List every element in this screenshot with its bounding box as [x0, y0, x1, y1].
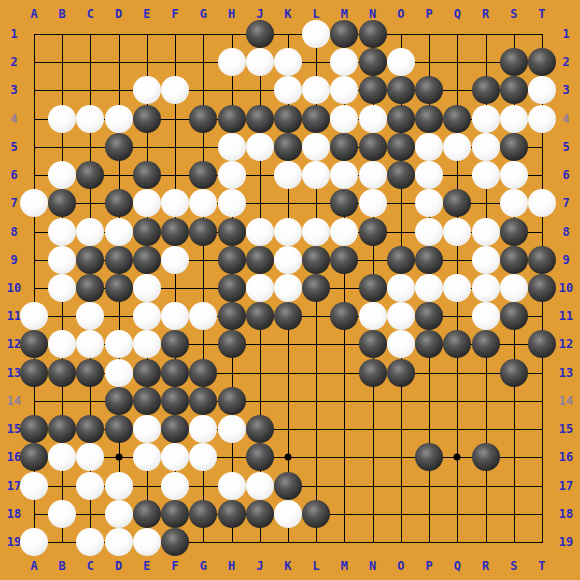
stone-black-C15[interactable] [76, 415, 104, 443]
stone-white-P5[interactable] [415, 133, 443, 161]
stone-white-L3[interactable] [302, 76, 330, 104]
stone-black-K11[interactable] [274, 302, 302, 330]
coord-label-top-O: O [397, 7, 404, 21]
stone-black-G18[interactable] [189, 500, 217, 528]
stone-white-D4[interactable] [105, 105, 133, 133]
stone-black-P16[interactable] [415, 443, 443, 471]
stone-white-R6[interactable] [472, 161, 500, 189]
stone-black-H8[interactable] [218, 218, 246, 246]
stone-black-F13[interactable] [161, 359, 189, 387]
stone-white-R5[interactable] [472, 133, 500, 161]
coord-label-bottom-O: O [397, 559, 404, 573]
stone-black-O13[interactable] [387, 359, 415, 387]
coord-label-top-A: A [30, 7, 37, 21]
coord-label-bottom-K: K [284, 559, 291, 573]
stone-white-B9[interactable] [48, 246, 76, 274]
stone-black-O3[interactable] [387, 76, 415, 104]
coord-label-right-5: 5 [562, 140, 569, 154]
coord-label-top-L: L [313, 7, 320, 21]
stone-black-H10[interactable] [218, 274, 246, 302]
stone-white-D17[interactable] [105, 472, 133, 500]
coord-label-bottom-S: S [510, 559, 517, 573]
stone-white-E10[interactable] [133, 274, 161, 302]
coord-label-right-16: 16 [559, 450, 573, 464]
stone-white-D12[interactable] [105, 330, 133, 358]
stone-black-P3[interactable] [415, 76, 443, 104]
stone-black-F8[interactable] [161, 218, 189, 246]
stone-black-B13[interactable] [48, 359, 76, 387]
stone-black-E6[interactable] [133, 161, 161, 189]
stone-white-J2[interactable] [246, 48, 274, 76]
stone-white-P7[interactable] [415, 189, 443, 217]
stone-black-C6[interactable] [76, 161, 104, 189]
stone-black-N2[interactable] [359, 48, 387, 76]
coord-label-right-3: 3 [562, 83, 569, 97]
coord-label-left-9: 9 [10, 253, 17, 267]
coord-label-left-5: 5 [10, 140, 17, 154]
coord-label-right-11: 11 [559, 309, 573, 323]
stone-white-A7[interactable] [20, 189, 48, 217]
stone-white-E12[interactable] [133, 330, 161, 358]
stone-black-N8[interactable] [359, 218, 387, 246]
coord-label-right-1: 1 [562, 27, 569, 41]
stone-white-K9[interactable] [274, 246, 302, 274]
stone-black-H4[interactable] [218, 105, 246, 133]
stone-white-B16[interactable] [48, 443, 76, 471]
stone-black-J16[interactable] [246, 443, 274, 471]
go-board[interactable]: AA11BB22CC33DD44EE55FF66GG77HH88JJ99KK10… [0, 0, 580, 580]
stone-white-C4[interactable] [76, 105, 104, 133]
stone-white-B10[interactable] [48, 274, 76, 302]
stone-white-D13[interactable] [105, 359, 133, 387]
stone-white-C12[interactable] [76, 330, 104, 358]
stone-white-E7[interactable] [133, 189, 161, 217]
coord-label-right-17: 17 [559, 479, 573, 493]
coord-label-left-2: 2 [10, 55, 17, 69]
stone-black-A16[interactable] [20, 443, 48, 471]
stone-black-H12[interactable] [218, 330, 246, 358]
star-point-D16 [115, 454, 122, 461]
star-point-K16 [284, 454, 291, 461]
coord-label-top-S: S [510, 7, 517, 21]
stone-white-J8[interactable] [246, 218, 274, 246]
coord-label-top-G: G [200, 7, 207, 21]
coord-label-right-9: 9 [562, 253, 569, 267]
coord-label-right-10: 10 [559, 281, 573, 295]
coord-label-left-4: 4 [10, 112, 17, 126]
coord-label-bottom-T: T [538, 559, 545, 573]
stone-black-T9[interactable] [528, 246, 556, 274]
stone-white-L1[interactable] [302, 20, 330, 48]
stone-white-H2[interactable] [218, 48, 246, 76]
stone-black-J18[interactable] [246, 500, 274, 528]
coord-label-bottom-D: D [115, 559, 122, 573]
stone-white-H6[interactable] [218, 161, 246, 189]
stone-white-F16[interactable] [161, 443, 189, 471]
stone-white-O10[interactable] [387, 274, 415, 302]
stone-white-C19[interactable] [76, 528, 104, 556]
stone-white-E11[interactable] [133, 302, 161, 330]
stone-white-F17[interactable] [161, 472, 189, 500]
stone-black-G14[interactable] [189, 387, 217, 415]
stone-black-N1[interactable] [359, 20, 387, 48]
coord-label-right-8: 8 [562, 225, 569, 239]
stone-white-G7[interactable] [189, 189, 217, 217]
stone-white-F3[interactable] [161, 76, 189, 104]
stone-white-T3[interactable] [528, 76, 556, 104]
stone-white-Q10[interactable] [443, 274, 471, 302]
coord-label-bottom-Q: Q [454, 559, 461, 573]
stone-white-G11[interactable] [189, 302, 217, 330]
stone-black-T2[interactable] [528, 48, 556, 76]
stone-black-D14[interactable] [105, 387, 133, 415]
stone-black-S8[interactable] [500, 218, 528, 246]
stone-white-B12[interactable] [48, 330, 76, 358]
stone-black-F18[interactable] [161, 500, 189, 528]
stone-white-B6[interactable] [48, 161, 76, 189]
stone-white-M3[interactable] [330, 76, 358, 104]
stone-black-M7[interactable] [330, 189, 358, 217]
stone-white-A11[interactable] [20, 302, 48, 330]
stone-black-D5[interactable] [105, 133, 133, 161]
stone-white-B18[interactable] [48, 500, 76, 528]
coord-label-left-1: 1 [10, 27, 17, 41]
stone-black-J15[interactable] [246, 415, 274, 443]
coord-label-top-J: J [256, 7, 263, 21]
stone-black-A15[interactable] [20, 415, 48, 443]
stone-black-M1[interactable] [330, 20, 358, 48]
stone-black-P11[interactable] [415, 302, 443, 330]
stone-white-E15[interactable] [133, 415, 161, 443]
stone-white-P8[interactable] [415, 218, 443, 246]
stone-white-P10[interactable] [415, 274, 443, 302]
stone-black-G13[interactable] [189, 359, 217, 387]
stone-black-M11[interactable] [330, 302, 358, 330]
stone-black-P4[interactable] [415, 105, 443, 133]
stone-black-Q7[interactable] [443, 189, 471, 217]
stone-white-T7[interactable] [528, 189, 556, 217]
stone-black-F19[interactable] [161, 528, 189, 556]
stone-black-M9[interactable] [330, 246, 358, 274]
coord-label-top-R: R [482, 7, 489, 21]
stone-black-K17[interactable] [274, 472, 302, 500]
stone-white-H17[interactable] [218, 472, 246, 500]
stone-white-F11[interactable] [161, 302, 189, 330]
stone-white-H7[interactable] [218, 189, 246, 217]
stone-white-E19[interactable] [133, 528, 161, 556]
stone-black-D9[interactable] [105, 246, 133, 274]
stone-black-S3[interactable] [500, 76, 528, 104]
stone-white-F9[interactable] [161, 246, 189, 274]
stone-black-E4[interactable] [133, 105, 161, 133]
stone-white-O2[interactable] [387, 48, 415, 76]
coord-label-bottom-G: G [200, 559, 207, 573]
stone-white-F7[interactable] [161, 189, 189, 217]
stone-black-O6[interactable] [387, 161, 415, 189]
stone-white-M6[interactable] [330, 161, 358, 189]
stone-black-S9[interactable] [500, 246, 528, 274]
stone-black-K4[interactable] [274, 105, 302, 133]
stone-black-R3[interactable] [472, 76, 500, 104]
stone-black-T10[interactable] [528, 274, 556, 302]
coord-label-right-18: 18 [559, 507, 573, 521]
stone-black-K5[interactable] [274, 133, 302, 161]
stone-white-L6[interactable] [302, 161, 330, 189]
stone-black-L18[interactable] [302, 500, 330, 528]
stone-white-R10[interactable] [472, 274, 500, 302]
stone-white-D8[interactable] [105, 218, 133, 246]
coord-label-top-H: H [228, 7, 235, 21]
coord-label-bottom-H: H [228, 559, 235, 573]
stone-white-G16[interactable] [189, 443, 217, 471]
stone-white-K3[interactable] [274, 76, 302, 104]
stone-black-N12[interactable] [359, 330, 387, 358]
stone-black-J1[interactable] [246, 20, 274, 48]
stone-black-G8[interactable] [189, 218, 217, 246]
stone-white-E16[interactable] [133, 443, 161, 471]
stone-black-S13[interactable] [500, 359, 528, 387]
stone-black-L10[interactable] [302, 274, 330, 302]
coord-label-right-13: 13 [559, 366, 573, 380]
stone-white-A17[interactable] [20, 472, 48, 500]
coord-label-bottom-R: R [482, 559, 489, 573]
coord-label-bottom-J: J [256, 559, 263, 573]
coord-label-bottom-N: N [369, 559, 376, 573]
stone-black-F12[interactable] [161, 330, 189, 358]
coord-label-right-19: 19 [559, 535, 573, 549]
stone-white-N7[interactable] [359, 189, 387, 217]
stone-black-S2[interactable] [500, 48, 528, 76]
stone-white-S4[interactable] [500, 105, 528, 133]
coord-label-top-D: D [115, 7, 122, 21]
stone-white-T4[interactable] [528, 105, 556, 133]
coord-label-top-M: M [341, 7, 348, 21]
star-point-Q16 [454, 454, 461, 461]
stone-black-T12[interactable] [528, 330, 556, 358]
coord-label-bottom-F: F [171, 559, 178, 573]
stone-black-H18[interactable] [218, 500, 246, 528]
stone-white-C11[interactable] [76, 302, 104, 330]
stone-white-O11[interactable] [387, 302, 415, 330]
coord-label-top-C: C [87, 7, 94, 21]
stone-black-S5[interactable] [500, 133, 528, 161]
stone-white-R4[interactable] [472, 105, 500, 133]
stone-black-C9[interactable] [76, 246, 104, 274]
coord-label-top-F: F [171, 7, 178, 21]
stone-white-R11[interactable] [472, 302, 500, 330]
stone-black-E18[interactable] [133, 500, 161, 528]
stone-black-A12[interactable] [20, 330, 48, 358]
stone-black-F14[interactable] [161, 387, 189, 415]
coord-label-top-P: P [425, 7, 432, 21]
stone-black-E8[interactable] [133, 218, 161, 246]
stone-white-C17[interactable] [76, 472, 104, 500]
stone-white-K2[interactable] [274, 48, 302, 76]
stone-white-G15[interactable] [189, 415, 217, 443]
stone-black-G6[interactable] [189, 161, 217, 189]
stone-white-J17[interactable] [246, 472, 274, 500]
stone-white-M2[interactable] [330, 48, 358, 76]
stone-black-H14[interactable] [218, 387, 246, 415]
stone-black-N5[interactable] [359, 133, 387, 161]
stone-black-M5[interactable] [330, 133, 358, 161]
stone-black-D7[interactable] [105, 189, 133, 217]
stone-black-Q12[interactable] [443, 330, 471, 358]
stone-black-J11[interactable] [246, 302, 274, 330]
coord-label-left-10: 10 [7, 281, 21, 295]
coord-label-left-6: 6 [10, 168, 17, 182]
stone-white-N4[interactable] [359, 105, 387, 133]
stone-black-G4[interactable] [189, 105, 217, 133]
stone-white-H5[interactable] [218, 133, 246, 161]
stone-white-C16[interactable] [76, 443, 104, 471]
stone-white-L8[interactable] [302, 218, 330, 246]
stone-black-Q4[interactable] [443, 105, 471, 133]
stone-black-H9[interactable] [218, 246, 246, 274]
coord-label-top-K: K [284, 7, 291, 21]
stone-black-L4[interactable] [302, 105, 330, 133]
coord-label-bottom-E: E [143, 559, 150, 573]
coord-label-top-B: B [59, 7, 66, 21]
stone-white-C8[interactable] [76, 218, 104, 246]
stone-white-L5[interactable] [302, 133, 330, 161]
stone-white-B8[interactable] [48, 218, 76, 246]
coord-label-bottom-A: A [30, 559, 37, 573]
coord-label-top-T: T [538, 7, 545, 21]
stone-white-N6[interactable] [359, 161, 387, 189]
stone-black-D10[interactable] [105, 274, 133, 302]
coord-label-right-14: 14 [559, 394, 573, 408]
stone-white-K10[interactable] [274, 274, 302, 302]
stone-black-J4[interactable] [246, 105, 274, 133]
stone-black-S11[interactable] [500, 302, 528, 330]
stone-black-J9[interactable] [246, 246, 274, 274]
stone-black-C13[interactable] [76, 359, 104, 387]
coord-label-left-7: 7 [10, 196, 17, 210]
coord-label-right-12: 12 [559, 337, 573, 351]
coord-label-right-2: 2 [562, 55, 569, 69]
coord-label-left-14: 14 [7, 394, 21, 408]
stone-black-D15[interactable] [105, 415, 133, 443]
stone-white-J10[interactable] [246, 274, 274, 302]
stone-white-D19[interactable] [105, 528, 133, 556]
stone-white-M8[interactable] [330, 218, 358, 246]
coord-label-right-7: 7 [562, 196, 569, 210]
stone-black-E9[interactable] [133, 246, 161, 274]
coord-label-right-4: 4 [562, 112, 569, 126]
coord-label-top-Q: Q [454, 7, 461, 21]
coord-label-top-N: N [369, 7, 376, 21]
stone-black-N3[interactable] [359, 76, 387, 104]
stone-black-B15[interactable] [48, 415, 76, 443]
coord-label-bottom-C: C [87, 559, 94, 573]
stone-white-S7[interactable] [500, 189, 528, 217]
stone-black-E13[interactable] [133, 359, 161, 387]
stone-black-N10[interactable] [359, 274, 387, 302]
stone-white-Q5[interactable] [443, 133, 471, 161]
stone-white-A19[interactable] [20, 528, 48, 556]
stone-white-S6[interactable] [500, 161, 528, 189]
stone-white-K6[interactable] [274, 161, 302, 189]
stone-black-P9[interactable] [415, 246, 443, 274]
stone-white-R9[interactable] [472, 246, 500, 274]
stone-white-O12[interactable] [387, 330, 415, 358]
stone-black-O4[interactable] [387, 105, 415, 133]
stone-black-P12[interactable] [415, 330, 443, 358]
coord-label-bottom-P: P [425, 559, 432, 573]
stone-white-M4[interactable] [330, 105, 358, 133]
stone-black-R12[interactable] [472, 330, 500, 358]
stone-white-J5[interactable] [246, 133, 274, 161]
stone-white-S10[interactable] [500, 274, 528, 302]
stone-black-L9[interactable] [302, 246, 330, 274]
stone-white-H15[interactable] [218, 415, 246, 443]
stone-white-K8[interactable] [274, 218, 302, 246]
coord-label-bottom-B: B [59, 559, 66, 573]
coord-label-left-18: 18 [7, 507, 21, 521]
coord-label-right-15: 15 [559, 422, 573, 436]
stone-white-Q8[interactable] [443, 218, 471, 246]
stone-black-H11[interactable] [218, 302, 246, 330]
stone-black-A13[interactable] [20, 359, 48, 387]
stone-white-P6[interactable] [415, 161, 443, 189]
stone-white-K18[interactable] [274, 500, 302, 528]
coord-label-left-8: 8 [10, 225, 17, 239]
stone-black-C10[interactable] [76, 274, 104, 302]
stone-black-B7[interactable] [48, 189, 76, 217]
stone-white-N11[interactable] [359, 302, 387, 330]
stone-black-N13[interactable] [359, 359, 387, 387]
stone-black-E14[interactable] [133, 387, 161, 415]
stone-black-F15[interactable] [161, 415, 189, 443]
coord-label-top-E: E [143, 7, 150, 21]
stone-black-O5[interactable] [387, 133, 415, 161]
coord-label-right-6: 6 [562, 168, 569, 182]
stone-white-B4[interactable] [48, 105, 76, 133]
stone-black-R16[interactable] [472, 443, 500, 471]
coord-label-bottom-L: L [313, 559, 320, 573]
coord-label-bottom-M: M [341, 559, 348, 573]
stone-white-D18[interactable] [105, 500, 133, 528]
stone-black-O9[interactable] [387, 246, 415, 274]
stone-white-R8[interactable] [472, 218, 500, 246]
stone-white-E3[interactable] [133, 76, 161, 104]
coord-label-left-3: 3 [10, 83, 17, 97]
